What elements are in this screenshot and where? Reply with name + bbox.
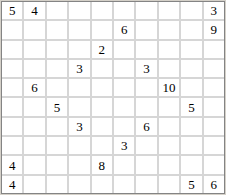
cell-r8c1[interactable] [2, 137, 22, 154]
cell-r1c1-clue[interactable]: 5 [2, 2, 22, 19]
cell-r2c9[interactable] [181, 21, 201, 38]
cell-r2c6-clue[interactable]: 6 [114, 21, 134, 38]
cell-r4c5[interactable] [92, 60, 112, 77]
cell-r7c2[interactable] [24, 118, 44, 135]
cell-r6c4[interactable] [69, 98, 89, 115]
cell-r2c4[interactable] [69, 21, 89, 38]
cell-r8c5[interactable] [92, 137, 112, 154]
cell-r8c4[interactable] [69, 137, 89, 154]
cell-r4c2[interactable] [24, 60, 44, 77]
cell-r4c8[interactable] [159, 60, 179, 77]
cell-r6c8[interactable] [159, 98, 179, 115]
cell-r8c6-clue[interactable]: 3 [114, 137, 134, 154]
cell-r8c8[interactable] [159, 137, 179, 154]
cell-r6c3-clue[interactable]: 5 [47, 98, 67, 115]
cell-r6c1[interactable] [2, 98, 22, 115]
cell-r9c1-clue[interactable]: 4 [2, 156, 22, 173]
cell-r7c4-clue[interactable]: 3 [69, 118, 89, 135]
cell-r3c1[interactable] [2, 41, 22, 58]
cell-r7c3[interactable] [47, 118, 67, 135]
cell-r8c7[interactable] [136, 137, 156, 154]
shikaku-board: 543692336105536348456 [1, 1, 225, 194]
cell-r9c3[interactable] [47, 156, 67, 173]
cell-r2c2[interactable] [24, 21, 44, 38]
cell-r1c3[interactable] [47, 2, 67, 19]
cell-r3c4[interactable] [69, 41, 89, 58]
cell-r4c7-clue[interactable]: 3 [136, 60, 156, 77]
cell-r3c2[interactable] [24, 41, 44, 58]
cell-r5c5[interactable] [92, 79, 112, 96]
cell-r2c7[interactable] [136, 21, 156, 38]
cell-r9c4[interactable] [69, 156, 89, 173]
cell-r5c4[interactable] [69, 79, 89, 96]
cell-r4c3[interactable] [47, 60, 67, 77]
cell-r3c6[interactable] [114, 41, 134, 58]
cell-r2c1[interactable] [2, 21, 22, 38]
cell-r10c1-clue[interactable]: 4 [2, 176, 22, 193]
cell-r1c4[interactable] [69, 2, 89, 19]
cell-r2c3[interactable] [47, 21, 67, 38]
cell-r1c5[interactable] [92, 2, 112, 19]
cell-r8c2[interactable] [24, 137, 44, 154]
cell-r9c5-clue[interactable]: 8 [92, 156, 112, 173]
cell-r5c7[interactable] [136, 79, 156, 96]
cell-r5c6[interactable] [114, 79, 134, 96]
cell-r3c3[interactable] [47, 41, 67, 58]
cell-r1c9[interactable] [181, 2, 201, 19]
cell-r3c9[interactable] [181, 41, 201, 58]
cell-r10c10-clue[interactable]: 6 [204, 176, 224, 193]
shikaku-board-frame: 543692336105536348456 [0, 0, 226, 195]
cell-r9c2[interactable] [24, 156, 44, 173]
cell-r3c8[interactable] [159, 41, 179, 58]
cell-r6c10[interactable] [204, 98, 224, 115]
cell-r7c7-clue[interactable]: 6 [136, 118, 156, 135]
cell-r9c6[interactable] [114, 156, 134, 173]
cell-r7c10[interactable] [204, 118, 224, 135]
cell-r5c8-clue[interactable]: 10 [159, 79, 179, 96]
cell-r5c10[interactable] [204, 79, 224, 96]
cell-r4c9[interactable] [181, 60, 201, 77]
cell-r7c6[interactable] [114, 118, 134, 135]
cell-r2c8[interactable] [159, 21, 179, 38]
cell-r10c8[interactable] [159, 176, 179, 193]
cell-r8c10[interactable] [204, 137, 224, 154]
cell-r9c10[interactable] [204, 156, 224, 173]
cell-r5c1[interactable] [2, 79, 22, 96]
cell-r10c2[interactable] [24, 176, 44, 193]
cell-r5c3[interactable] [47, 79, 67, 96]
cell-r1c7[interactable] [136, 2, 156, 19]
cell-r10c4[interactable] [69, 176, 89, 193]
cell-r2c10-clue[interactable]: 9 [204, 21, 224, 38]
cell-r1c10-clue[interactable]: 3 [204, 2, 224, 19]
cell-r6c2[interactable] [24, 98, 44, 115]
cell-r1c6[interactable] [114, 2, 134, 19]
cell-r7c1[interactable] [2, 118, 22, 135]
cell-r7c8[interactable] [159, 118, 179, 135]
cell-r1c2-clue[interactable]: 4 [24, 2, 44, 19]
cell-r9c7[interactable] [136, 156, 156, 173]
cell-r1c8[interactable] [159, 2, 179, 19]
cell-r3c5-clue[interactable]: 2 [92, 41, 112, 58]
cell-r4c10[interactable] [204, 60, 224, 77]
cell-r5c2-clue[interactable]: 6 [24, 79, 44, 96]
cell-r6c5[interactable] [92, 98, 112, 115]
cell-r9c9[interactable] [181, 156, 201, 173]
cell-r6c7[interactable] [136, 98, 156, 115]
cell-r3c10[interactable] [204, 41, 224, 58]
cell-r7c9[interactable] [181, 118, 201, 135]
cell-r10c6[interactable] [114, 176, 134, 193]
cell-r4c1[interactable] [2, 60, 22, 77]
cell-r4c6[interactable] [114, 60, 134, 77]
cell-r5c9[interactable] [181, 79, 201, 96]
cell-r10c3[interactable] [47, 176, 67, 193]
cell-r10c5[interactable] [92, 176, 112, 193]
cell-r10c9-clue[interactable]: 5 [181, 176, 201, 193]
cell-r9c8[interactable] [159, 156, 179, 173]
cell-r3c7[interactable] [136, 41, 156, 58]
cell-r7c5[interactable] [92, 118, 112, 135]
cell-r8c9[interactable] [181, 137, 201, 154]
cell-r10c7[interactable] [136, 176, 156, 193]
cell-r8c3[interactable] [47, 137, 67, 154]
cell-r6c6[interactable] [114, 98, 134, 115]
cell-r6c9-clue[interactable]: 5 [181, 98, 201, 115]
cell-r4c4-clue[interactable]: 3 [69, 60, 89, 77]
cell-r2c5[interactable] [92, 21, 112, 38]
